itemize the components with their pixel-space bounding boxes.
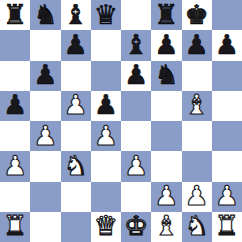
square-e5[interactable] bbox=[121, 91, 151, 121]
square-f2[interactable]: ♟ bbox=[151, 182, 181, 212]
square-c7[interactable]: ♟ bbox=[61, 30, 91, 60]
black-king: ♚ bbox=[185, 1, 209, 28]
square-a8[interactable]: ♜ bbox=[0, 0, 30, 30]
black-pawn: ♟ bbox=[33, 61, 57, 88]
square-e8[interactable] bbox=[121, 0, 151, 30]
black-knight: ♞ bbox=[33, 1, 57, 28]
square-a7[interactable] bbox=[0, 30, 30, 60]
square-e3[interactable]: ♟ bbox=[121, 151, 151, 181]
square-d5[interactable]: ♟ bbox=[91, 91, 121, 121]
square-a3[interactable]: ♟ bbox=[0, 151, 30, 181]
black-pawn: ♟ bbox=[215, 31, 239, 58]
square-g1[interactable]: ♞ bbox=[182, 212, 212, 242]
square-h3[interactable] bbox=[212, 151, 242, 181]
black-pawn: ♟ bbox=[64, 31, 88, 58]
square-f1[interactable]: ♝ bbox=[151, 212, 181, 242]
square-e6[interactable]: ♟ bbox=[121, 61, 151, 91]
square-h5[interactable] bbox=[212, 91, 242, 121]
square-c2[interactable] bbox=[61, 182, 91, 212]
white-pawn: ♟ bbox=[64, 91, 88, 118]
square-b4[interactable]: ♟ bbox=[30, 121, 60, 151]
square-c4[interactable] bbox=[61, 121, 91, 151]
square-c1[interactable] bbox=[61, 212, 91, 242]
black-rook: ♜ bbox=[154, 1, 178, 28]
square-a1[interactable]: ♜ bbox=[0, 212, 30, 242]
black-pawn: ♟ bbox=[185, 31, 209, 58]
square-h8[interactable] bbox=[212, 0, 242, 30]
square-g3[interactable] bbox=[182, 151, 212, 181]
square-b7[interactable] bbox=[30, 30, 60, 60]
square-d7[interactable] bbox=[91, 30, 121, 60]
white-pawn: ♟ bbox=[215, 182, 239, 209]
white-pawn: ♟ bbox=[3, 152, 27, 179]
square-b8[interactable]: ♞ bbox=[30, 0, 60, 30]
square-c8[interactable]: ♝ bbox=[61, 0, 91, 30]
white-king: ♚ bbox=[124, 212, 148, 239]
square-h4[interactable] bbox=[212, 121, 242, 151]
square-h7[interactable]: ♟ bbox=[212, 30, 242, 60]
white-pawn: ♟ bbox=[33, 122, 57, 149]
square-e2[interactable] bbox=[121, 182, 151, 212]
square-a5[interactable]: ♟ bbox=[0, 91, 30, 121]
black-knight: ♞ bbox=[154, 61, 178, 88]
white-rook: ♜ bbox=[3, 212, 27, 239]
white-rook: ♜ bbox=[215, 212, 239, 239]
white-bishop: ♝ bbox=[185, 91, 209, 118]
black-pawn: ♟ bbox=[124, 61, 148, 88]
white-pawn: ♟ bbox=[185, 182, 209, 209]
square-b6[interactable]: ♟ bbox=[30, 61, 60, 91]
white-pawn: ♟ bbox=[94, 122, 118, 149]
white-bishop: ♝ bbox=[154, 212, 178, 239]
square-g6[interactable] bbox=[182, 61, 212, 91]
square-e4[interactable] bbox=[121, 121, 151, 151]
black-pawn: ♟ bbox=[3, 91, 27, 118]
square-a4[interactable] bbox=[0, 121, 30, 151]
square-g8[interactable]: ♚ bbox=[182, 0, 212, 30]
square-d6[interactable] bbox=[91, 61, 121, 91]
square-f8[interactable]: ♜ bbox=[151, 0, 181, 30]
square-e1[interactable]: ♚ bbox=[121, 212, 151, 242]
square-b1[interactable] bbox=[30, 212, 60, 242]
square-d1[interactable]: ♛ bbox=[91, 212, 121, 242]
square-c6[interactable] bbox=[61, 61, 91, 91]
black-queen: ♛ bbox=[94, 1, 118, 28]
square-e7[interactable]: ♝ bbox=[121, 30, 151, 60]
square-a2[interactable] bbox=[0, 182, 30, 212]
square-f3[interactable] bbox=[151, 151, 181, 181]
square-f6[interactable]: ♞ bbox=[151, 61, 181, 91]
square-b3[interactable] bbox=[30, 151, 60, 181]
black-pawn: ♟ bbox=[154, 31, 178, 58]
square-c3[interactable]: ♞ bbox=[61, 151, 91, 181]
square-f4[interactable] bbox=[151, 121, 181, 151]
square-f5[interactable] bbox=[151, 91, 181, 121]
white-knight: ♞ bbox=[185, 212, 209, 239]
square-g7[interactable]: ♟ bbox=[182, 30, 212, 60]
black-bishop: ♝ bbox=[124, 31, 148, 58]
square-h2[interactable]: ♟ bbox=[212, 182, 242, 212]
square-d8[interactable]: ♛ bbox=[91, 0, 121, 30]
white-pawn: ♟ bbox=[124, 152, 148, 179]
black-rook: ♜ bbox=[3, 1, 27, 28]
square-h1[interactable]: ♜ bbox=[212, 212, 242, 242]
white-knight: ♞ bbox=[64, 152, 88, 179]
white-queen: ♛ bbox=[94, 212, 118, 239]
square-a6[interactable] bbox=[0, 61, 30, 91]
chess-board: ♜♞♝♛♜♚♟♝♟♟♟♟♟♞♟♟♟♝♟♟♟♞♟♟♟♟♜♛♚♝♞♜ bbox=[0, 0, 242, 242]
square-c5[interactable]: ♟ bbox=[61, 91, 91, 121]
square-g4[interactable] bbox=[182, 121, 212, 151]
black-bishop: ♝ bbox=[64, 1, 88, 28]
square-b5[interactable] bbox=[30, 91, 60, 121]
black-pawn: ♟ bbox=[94, 91, 118, 118]
white-pawn: ♟ bbox=[154, 182, 178, 209]
square-b2[interactable] bbox=[30, 182, 60, 212]
square-g5[interactable]: ♝ bbox=[182, 91, 212, 121]
square-d4[interactable]: ♟ bbox=[91, 121, 121, 151]
square-d3[interactable] bbox=[91, 151, 121, 181]
square-d2[interactable] bbox=[91, 182, 121, 212]
square-g2[interactable]: ♟ bbox=[182, 182, 212, 212]
square-h6[interactable] bbox=[212, 61, 242, 91]
square-f7[interactable]: ♟ bbox=[151, 30, 181, 60]
